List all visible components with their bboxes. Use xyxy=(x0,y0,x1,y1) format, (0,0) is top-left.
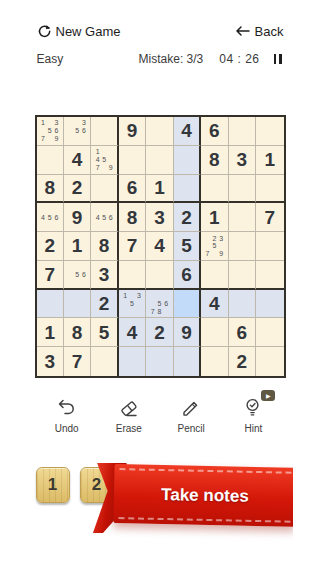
pencil-label: Pencil xyxy=(178,423,205,434)
cell-value: 8 xyxy=(72,323,83,342)
cell-r8c6[interactable]: 9 xyxy=(174,318,201,347)
cell-r6c5[interactable] xyxy=(146,261,173,290)
ad-play-badge-icon: ▶ xyxy=(261,390,275,401)
cell-r9c2[interactable]: 7 xyxy=(64,347,91,376)
erase-label: Erase xyxy=(116,423,142,434)
cell-r9c7[interactable] xyxy=(201,347,228,376)
cell-r9c3[interactable] xyxy=(91,347,118,376)
cell-r9c4[interactable] xyxy=(119,347,146,376)
cell-r1c8[interactable] xyxy=(229,117,256,146)
cell-r5c1[interactable]: 2 xyxy=(37,232,64,261)
cell-r7c6[interactable] xyxy=(174,290,201,319)
cell-r7c9[interactable] xyxy=(256,290,283,319)
cell-value: 1 xyxy=(44,323,55,342)
cell-value: 5 xyxy=(99,323,110,342)
cell-value: 7 xyxy=(44,265,55,284)
cell-r2c9[interactable]: 1 xyxy=(256,146,283,175)
cell-value: 8 xyxy=(44,178,55,197)
cell-r1c4[interactable]: 9 xyxy=(119,117,146,146)
cell-r9c6[interactable] xyxy=(174,347,201,376)
cell-value: 9 xyxy=(72,208,83,227)
cell-value: 2 xyxy=(181,208,192,227)
cell-r2c7[interactable]: 8 xyxy=(201,146,228,175)
hint-label: Hint xyxy=(244,423,262,434)
cell-r8c3[interactable]: 5 xyxy=(91,318,118,347)
cell-r5c8[interactable] xyxy=(229,232,256,261)
cell-value: 7 xyxy=(127,236,138,255)
cell-r3c8[interactable] xyxy=(229,175,256,204)
take-notes-banner[interactable]: Take notes xyxy=(113,464,293,527)
cell-value: 6 xyxy=(237,323,248,342)
cell-value: 4 xyxy=(209,294,220,313)
cell-r3c7[interactable] xyxy=(201,175,228,204)
cell-r9c8[interactable]: 2 xyxy=(229,347,256,376)
cell-value: 3 xyxy=(154,208,165,227)
cell-r3c3[interactable] xyxy=(91,175,118,204)
cell-r6c1[interactable]: 7 xyxy=(37,261,64,290)
refresh-icon xyxy=(37,24,51,38)
pencil-button[interactable]: Pencil xyxy=(163,396,219,434)
undo-icon xyxy=(55,396,79,420)
mistake-counter: Mistake: 3/3 xyxy=(139,52,204,66)
cell-r4c2[interactable]: 9 xyxy=(64,203,91,232)
number-tile-1[interactable]: 1 xyxy=(36,467,70,503)
cell-value: 8 xyxy=(99,236,110,255)
cell-r1c7[interactable]: 6 xyxy=(201,117,228,146)
pencil-marks: 14579 xyxy=(91,146,116,174)
cell-r1c3[interactable] xyxy=(91,117,118,146)
cell-value: 2 xyxy=(44,236,55,255)
new-game-label: New Game xyxy=(56,24,121,39)
cell-r6c6[interactable]: 6 xyxy=(174,261,201,290)
cell-r5c3[interactable]: 8 xyxy=(91,232,118,261)
undo-label: Undo xyxy=(55,423,79,434)
cell-value: 3 xyxy=(99,265,110,284)
cell-r2c6[interactable] xyxy=(174,146,201,175)
cell-r4c4[interactable]: 8 xyxy=(119,203,146,232)
cell-r5c7[interactable]: 23579 xyxy=(201,232,228,261)
cell-value: 5 xyxy=(181,236,192,255)
cell-value: 1 xyxy=(264,150,275,169)
cell-r8c9[interactable] xyxy=(256,318,283,347)
cell-r1c1[interactable]: 135679 xyxy=(37,117,64,146)
cell-value: 2 xyxy=(72,178,83,197)
cell-r6c8[interactable] xyxy=(229,261,256,290)
back-label: Back xyxy=(255,24,284,39)
cell-value: 4 xyxy=(127,323,138,342)
cell-r2c1[interactable] xyxy=(37,146,64,175)
cell-value: 1 xyxy=(72,236,83,255)
pencil-marks: 135679 xyxy=(37,117,63,145)
cell-value: 1 xyxy=(154,178,165,197)
new-game-button[interactable]: New Game xyxy=(37,24,121,39)
cell-value: 6 xyxy=(209,121,220,140)
pencil-marks: 56 xyxy=(64,261,90,288)
cell-r4c6[interactable]: 2 xyxy=(174,203,201,232)
cell-r6c3[interactable]: 3 xyxy=(91,261,118,290)
cell-r7c1[interactable] xyxy=(37,290,64,319)
toolbar: Undo Erase Pencil xyxy=(28,396,293,434)
cell-r6c9[interactable] xyxy=(256,261,283,290)
pencil-icon xyxy=(179,396,203,420)
cell-value: 1 xyxy=(209,208,220,227)
cell-value: 4 xyxy=(154,236,165,255)
cell-value: 7 xyxy=(264,208,275,227)
cell-r3c6[interactable] xyxy=(174,175,201,204)
cell-r4c9[interactable]: 7 xyxy=(256,203,283,232)
cell-r1c5[interactable] xyxy=(146,117,173,146)
cell-r2c3[interactable]: 14579 xyxy=(91,146,118,175)
cell-r6c2[interactable]: 56 xyxy=(64,261,91,290)
cell-value: 2 xyxy=(154,323,165,342)
cell-r3c4[interactable]: 6 xyxy=(119,175,146,204)
cell-r1c2[interactable]: 356 xyxy=(64,117,91,146)
take-notes-label: Take notes xyxy=(160,484,248,506)
cell-r7c3[interactable]: 2 xyxy=(91,290,118,319)
cell-r1c9[interactable] xyxy=(256,117,283,146)
cell-value: 3 xyxy=(44,352,55,371)
cell-value: 9 xyxy=(127,121,138,140)
pencil-marks: 456 xyxy=(37,203,63,231)
cell-r2c4[interactable] xyxy=(119,146,146,175)
cell-r3c1[interactable]: 8 xyxy=(37,175,64,204)
cell-r7c2[interactable] xyxy=(64,290,91,319)
cell-value: 6 xyxy=(127,178,138,197)
cell-r8c5[interactable]: 2 xyxy=(146,318,173,347)
cell-r7c5[interactable]: 5678 xyxy=(146,290,173,319)
cell-r3c2[interactable]: 2 xyxy=(64,175,91,204)
cell-value: 4 xyxy=(181,121,192,140)
cell-r5c5[interactable]: 4 xyxy=(146,232,173,261)
cell-value: 4 xyxy=(72,150,83,169)
cell-r1c6[interactable]: 4 xyxy=(174,117,201,146)
cell-r7c4[interactable]: 135 xyxy=(119,290,146,319)
pencil-marks: 5678 xyxy=(146,290,172,318)
pencil-marks: 456 xyxy=(91,203,116,231)
cell-r5c2[interactable]: 1 xyxy=(64,232,91,261)
cell-r2c8[interactable]: 3 xyxy=(229,146,256,175)
cell-r8c2[interactable]: 8 xyxy=(64,318,91,347)
cell-r5c9[interactable] xyxy=(256,232,283,261)
sudoku-grid: 1356793569464145798318261456945683217218… xyxy=(35,115,286,378)
cell-r4c3[interactable]: 456 xyxy=(91,203,118,232)
hint-button[interactable]: ▶ Hint xyxy=(225,396,281,434)
cell-r9c5[interactable] xyxy=(146,347,173,376)
cell-value: 8 xyxy=(127,208,138,227)
pencil-marks: 356 xyxy=(64,117,90,145)
pause-icon xyxy=(279,54,282,64)
back-arrow-icon xyxy=(235,25,250,37)
cell-r2c2[interactable]: 4 xyxy=(64,146,91,175)
cell-r7c8[interactable] xyxy=(229,290,256,319)
cell-value: 2 xyxy=(237,352,248,371)
cell-r8c8[interactable]: 6 xyxy=(229,318,256,347)
back-button[interactable]: Back xyxy=(235,24,284,39)
cell-r9c9[interactable] xyxy=(256,347,283,376)
pause-button[interactable] xyxy=(272,52,284,66)
cell-r5c6[interactable]: 5 xyxy=(174,232,201,261)
cell-value: 6 xyxy=(181,265,192,284)
cell-r9c1[interactable]: 3 xyxy=(37,347,64,376)
cell-r3c5[interactable]: 1 xyxy=(146,175,173,204)
cell-r8c7[interactable] xyxy=(201,318,228,347)
timer: 04 : 26 xyxy=(219,52,259,66)
eraser-icon xyxy=(117,396,141,420)
cell-r3c9[interactable] xyxy=(256,175,283,204)
cell-value: 9 xyxy=(181,323,192,342)
cell-r4c8[interactable] xyxy=(229,203,256,232)
pencil-marks: 23579 xyxy=(201,232,227,260)
erase-button[interactable]: Erase xyxy=(101,396,157,434)
pencil-marks: 135 xyxy=(119,290,145,318)
difficulty-label: Easy xyxy=(37,52,64,66)
top-navbar: New Game Back xyxy=(28,21,293,41)
cell-r6c7[interactable] xyxy=(201,261,228,290)
cell-value: 3 xyxy=(237,150,248,169)
cell-r2c5[interactable] xyxy=(146,146,173,175)
cell-value: 8 xyxy=(209,150,220,169)
cell-value: 2 xyxy=(99,294,110,313)
app-screen: New Game Back Easy Mistake: 3/3 04 : 26 … xyxy=(28,0,293,574)
cell-r4c1[interactable]: 456 xyxy=(37,203,64,232)
pause-icon xyxy=(274,54,277,64)
undo-button[interactable]: Undo xyxy=(39,396,95,434)
cell-r4c5[interactable]: 3 xyxy=(146,203,173,232)
cell-r5c4[interactable]: 7 xyxy=(119,232,146,261)
cell-r4c7[interactable]: 1 xyxy=(201,203,228,232)
cell-value: 7 xyxy=(72,352,83,371)
cell-r8c1[interactable]: 1 xyxy=(37,318,64,347)
cell-r7c7[interactable]: 4 xyxy=(201,290,228,319)
cell-r8c4[interactable]: 4 xyxy=(119,318,146,347)
game-info-row: Easy Mistake: 3/3 04 : 26 xyxy=(28,51,293,67)
cell-r6c4[interactable] xyxy=(119,261,146,290)
